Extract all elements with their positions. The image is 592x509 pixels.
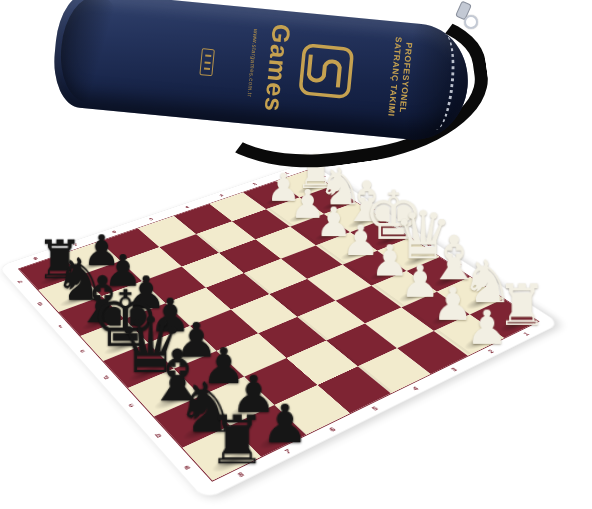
piece-shadow — [36, 269, 75, 287]
piece-shadow — [254, 426, 300, 453]
bag-brand-text: Games — [259, 23, 296, 111]
piece-shadow — [207, 448, 255, 476]
board-grid: ♜♟♞♟♝♟♚♟♛♟♝♟♟♞♜♟♟♜♞♟♟♝♟♚♟♛♟♝♟♞♟♜ — [18, 170, 540, 482]
small-gold-emblem — [199, 48, 215, 76]
white-knight-b1: ♞ — [449, 252, 525, 311]
bag-left-cap — [56, 0, 120, 105]
piece-shadow — [495, 315, 533, 335]
bag-website-text: www.stargames.com.tr — [246, 23, 260, 103]
piece-shadow — [459, 332, 498, 353]
white-bishop-c1: ♝ — [417, 228, 491, 289]
product-photo: ♜♟♞♟♝♟♚♟♛♟♝♟♟♞♜♟♟♜♞♟♟♝♟♚♟♛♟♝♟♞♟♜ 8765432… — [0, 0, 592, 509]
brand-logo-icon — [297, 42, 356, 101]
piece-shadow — [399, 252, 435, 269]
square-a1: ♜ — [469, 299, 538, 339]
chess-board: ♜♟♞♟♝♟♚♟♛♟♝♟♟♞♜♟♟♜♞♟♟♝♟♚♟♛♟♝♟♞♟♜ 8765432… — [0, 162, 561, 501]
board-mat: ♜♟♞♟♝♟♚♟♛♟♝♟♟♞♜♟♟♜♞♟♟♝♟♚♟♛♟♝♟♞♟♜ 8765432… — [0, 162, 561, 501]
